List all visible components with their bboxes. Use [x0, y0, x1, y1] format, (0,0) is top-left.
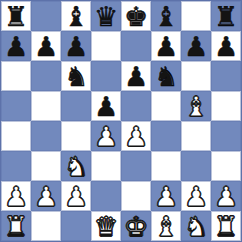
square-b7[interactable]: ♟	[31, 31, 61, 61]
square-g7[interactable]: ♟	[181, 31, 211, 61]
square-e7[interactable]	[121, 31, 151, 61]
square-c4[interactable]	[61, 121, 91, 151]
white-queen[interactable]: ♛	[94, 213, 118, 240]
black-pawn[interactable]: ♟	[214, 33, 238, 60]
white-bishop[interactable]: ♝	[184, 93, 208, 120]
square-b5[interactable]	[31, 91, 61, 121]
square-e6[interactable]: ♟	[121, 61, 151, 91]
square-f8[interactable]: ♝	[151, 1, 181, 31]
black-pawn[interactable]: ♟	[64, 33, 88, 60]
chess-board: ♜♝♛♚♝♜♟♟♟♟♟♟♞♟♞♟♝♟♟♞♟♟♟♟♟♟♜♛♚♝♞♜	[0, 0, 242, 242]
white-pawn[interactable]: ♟	[124, 123, 148, 150]
white-pawn[interactable]: ♟	[64, 183, 88, 210]
square-h8[interactable]: ♜	[211, 1, 241, 31]
square-d2[interactable]	[91, 181, 121, 211]
black-bishop[interactable]: ♝	[64, 3, 88, 30]
white-pawn[interactable]: ♟	[214, 183, 238, 210]
square-b4[interactable]	[31, 121, 61, 151]
square-g3[interactable]	[181, 151, 211, 181]
square-h6[interactable]	[211, 61, 241, 91]
square-b3[interactable]	[31, 151, 61, 181]
square-a2[interactable]: ♟	[1, 181, 31, 211]
square-h5[interactable]	[211, 91, 241, 121]
square-a6[interactable]	[1, 61, 31, 91]
white-rook[interactable]: ♜	[4, 213, 28, 240]
square-c6[interactable]: ♞	[61, 61, 91, 91]
black-knight[interactable]: ♞	[154, 63, 178, 90]
square-h4[interactable]	[211, 121, 241, 151]
black-pawn[interactable]: ♟	[154, 33, 178, 60]
square-d5[interactable]: ♟	[91, 91, 121, 121]
square-a8[interactable]: ♜	[1, 1, 31, 31]
black-pawn[interactable]: ♟	[124, 63, 148, 90]
white-bishop[interactable]: ♝	[154, 213, 178, 240]
white-knight[interactable]: ♞	[64, 153, 88, 180]
square-b2[interactable]: ♟	[31, 181, 61, 211]
square-c3[interactable]: ♞	[61, 151, 91, 181]
square-e4[interactable]: ♟	[121, 121, 151, 151]
black-rook[interactable]: ♜	[214, 3, 238, 30]
square-d7[interactable]	[91, 31, 121, 61]
square-a5[interactable]	[1, 91, 31, 121]
square-f3[interactable]	[151, 151, 181, 181]
white-king[interactable]: ♚	[124, 213, 148, 240]
square-a7[interactable]: ♟	[1, 31, 31, 61]
square-h2[interactable]: ♟	[211, 181, 241, 211]
black-knight[interactable]: ♞	[64, 63, 88, 90]
white-pawn[interactable]: ♟	[94, 123, 118, 150]
square-c1[interactable]	[61, 211, 91, 241]
square-b1[interactable]	[31, 211, 61, 241]
white-rook[interactable]: ♜	[214, 213, 238, 240]
square-h3[interactable]	[211, 151, 241, 181]
black-pawn[interactable]: ♟	[4, 33, 28, 60]
square-a3[interactable]	[1, 151, 31, 181]
square-f2[interactable]: ♟	[151, 181, 181, 211]
black-pawn[interactable]: ♟	[94, 93, 118, 120]
square-h1[interactable]: ♜	[211, 211, 241, 241]
black-pawn[interactable]: ♟	[184, 33, 208, 60]
square-d6[interactable]	[91, 61, 121, 91]
square-g2[interactable]: ♟	[181, 181, 211, 211]
square-e8[interactable]: ♚	[121, 1, 151, 31]
square-c8[interactable]: ♝	[61, 1, 91, 31]
square-e2[interactable]	[121, 181, 151, 211]
square-d3[interactable]	[91, 151, 121, 181]
black-pawn[interactable]: ♟	[34, 33, 58, 60]
square-c7[interactable]: ♟	[61, 31, 91, 61]
black-rook[interactable]: ♜	[4, 3, 28, 30]
black-queen[interactable]: ♛	[94, 3, 118, 30]
white-knight[interactable]: ♞	[184, 213, 208, 240]
square-g8[interactable]	[181, 1, 211, 31]
square-e3[interactable]	[121, 151, 151, 181]
square-e5[interactable]	[121, 91, 151, 121]
white-pawn[interactable]: ♟	[184, 183, 208, 210]
square-f4[interactable]	[151, 121, 181, 151]
square-g5[interactable]: ♝	[181, 91, 211, 121]
square-f1[interactable]: ♝	[151, 211, 181, 241]
square-c2[interactable]: ♟	[61, 181, 91, 211]
square-g6[interactable]	[181, 61, 211, 91]
white-pawn[interactable]: ♟	[154, 183, 178, 210]
white-pawn[interactable]: ♟	[34, 183, 58, 210]
square-g1[interactable]: ♞	[181, 211, 211, 241]
black-king[interactable]: ♚	[124, 3, 148, 30]
square-g4[interactable]	[181, 121, 211, 151]
white-pawn[interactable]: ♟	[4, 183, 28, 210]
square-f6[interactable]: ♞	[151, 61, 181, 91]
square-a1[interactable]: ♜	[1, 211, 31, 241]
square-e1[interactable]: ♚	[121, 211, 151, 241]
square-a4[interactable]	[1, 121, 31, 151]
square-d8[interactable]: ♛	[91, 1, 121, 31]
square-d1[interactable]: ♛	[91, 211, 121, 241]
square-b8[interactable]	[31, 1, 61, 31]
square-b6[interactable]	[31, 61, 61, 91]
square-c5[interactable]	[61, 91, 91, 121]
black-bishop[interactable]: ♝	[154, 3, 178, 30]
square-f5[interactable]	[151, 91, 181, 121]
square-f7[interactable]: ♟	[151, 31, 181, 61]
square-h7[interactable]: ♟	[211, 31, 241, 61]
square-d4[interactable]: ♟	[91, 121, 121, 151]
